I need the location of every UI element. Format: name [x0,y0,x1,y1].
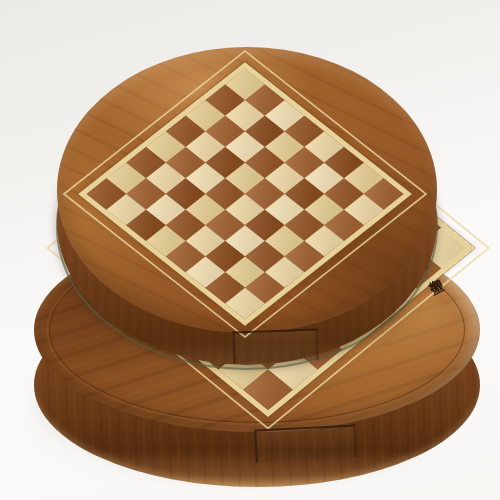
bottom-drawer-front [254,424,357,462]
product-photo-scene: ®御聖 [0,0,500,500]
top-drawer-front [232,329,318,364]
